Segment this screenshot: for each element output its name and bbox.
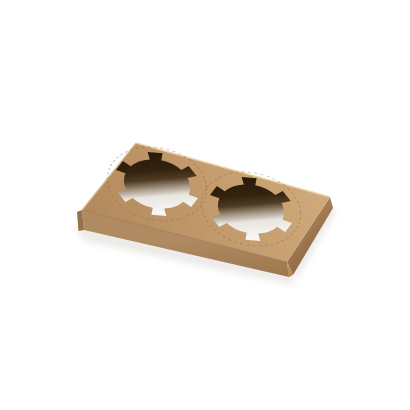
product-photo <box>0 0 410 410</box>
